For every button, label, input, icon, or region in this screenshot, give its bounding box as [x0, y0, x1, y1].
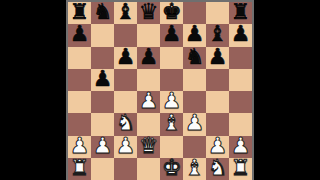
- square-e3[interactable]: ♝: [160, 113, 183, 135]
- square-c5[interactable]: [114, 69, 137, 91]
- square-g4[interactable]: [206, 91, 229, 113]
- square-b7[interactable]: [91, 24, 114, 46]
- white-bishop: ♝: [185, 157, 205, 179]
- square-c1[interactable]: [114, 158, 137, 180]
- square-b1[interactable]: [91, 158, 114, 180]
- square-e6[interactable]: [160, 47, 183, 69]
- black-bishop: ♝: [208, 23, 228, 45]
- black-bishop: ♝: [116, 1, 136, 23]
- white-pawn: ♟: [116, 135, 136, 157]
- white-pawn: ♟: [162, 90, 182, 112]
- black-pawn: ♟: [93, 68, 113, 90]
- black-knight: ♞: [93, 1, 113, 23]
- square-d6[interactable]: ♟: [137, 47, 160, 69]
- white-knight: ♞: [116, 112, 136, 134]
- square-c2[interactable]: ♟: [114, 136, 137, 158]
- white-pawn: ♟: [93, 135, 113, 157]
- square-f3[interactable]: ♟: [183, 113, 206, 135]
- square-h7[interactable]: ♟: [229, 24, 252, 46]
- white-pawn: ♟: [231, 135, 251, 157]
- black-rook: ♜: [70, 1, 90, 23]
- video-frame: ♜♞♝♛♚♜♟♟♟♝♟♟♟♞♟♟♟♟♞♝♟♟♟♟♛♟♟♜♚♝♞♜: [0, 0, 320, 180]
- black-pawn: ♟: [139, 46, 159, 68]
- square-e1[interactable]: ♚: [160, 158, 183, 180]
- square-d2[interactable]: ♛: [137, 136, 160, 158]
- black-pawn: ♟: [162, 23, 182, 45]
- square-f1[interactable]: ♝: [183, 158, 206, 180]
- white-pawn: ♟: [185, 112, 205, 134]
- square-h6[interactable]: [229, 47, 252, 69]
- white-bishop: ♝: [162, 112, 182, 134]
- square-a7[interactable]: ♟: [68, 24, 91, 46]
- square-a5[interactable]: [68, 69, 91, 91]
- square-f5[interactable]: [183, 69, 206, 91]
- square-h1[interactable]: ♜: [229, 158, 252, 180]
- square-b2[interactable]: ♟: [91, 136, 114, 158]
- square-g1[interactable]: ♞: [206, 158, 229, 180]
- square-h5[interactable]: [229, 69, 252, 91]
- square-b5[interactable]: ♟: [91, 69, 114, 91]
- square-c8[interactable]: ♝: [114, 2, 137, 24]
- square-h4[interactable]: [229, 91, 252, 113]
- black-knight: ♞: [185, 46, 205, 68]
- black-rook: ♜: [231, 1, 251, 23]
- black-pawn: ♟: [185, 23, 205, 45]
- square-b4[interactable]: [91, 91, 114, 113]
- square-g6[interactable]: ♟: [206, 47, 229, 69]
- white-knight: ♞: [208, 157, 228, 179]
- square-d8[interactable]: ♛: [137, 2, 160, 24]
- black-pawn: ♟: [116, 46, 136, 68]
- square-b8[interactable]: ♞: [91, 2, 114, 24]
- white-rook: ♜: [231, 157, 251, 179]
- black-queen: ♛: [139, 1, 159, 23]
- square-d4[interactable]: ♟: [137, 91, 160, 113]
- black-king: ♚: [162, 1, 182, 23]
- square-a1[interactable]: ♜: [68, 158, 91, 180]
- white-queen: ♛: [139, 135, 159, 157]
- letterbox-right: [254, 0, 320, 180]
- square-e7[interactable]: ♟: [160, 24, 183, 46]
- square-d1[interactable]: [137, 158, 160, 180]
- black-pawn: ♟: [70, 23, 90, 45]
- square-a6[interactable]: [68, 47, 91, 69]
- square-f6[interactable]: ♞: [183, 47, 206, 69]
- white-pawn: ♟: [208, 135, 228, 157]
- white-king: ♚: [162, 157, 182, 179]
- square-a4[interactable]: [68, 91, 91, 113]
- chess-board: ♜♞♝♛♚♜♟♟♟♝♟♟♟♞♟♟♟♟♞♝♟♟♟♟♛♟♟♜♚♝♞♜: [66, 0, 254, 180]
- square-c6[interactable]: ♟: [114, 47, 137, 69]
- white-pawn: ♟: [70, 135, 90, 157]
- black-pawn: ♟: [208, 46, 228, 68]
- black-pawn: ♟: [231, 23, 251, 45]
- letterbox-left: [0, 0, 66, 180]
- white-pawn: ♟: [139, 90, 159, 112]
- square-g5[interactable]: [206, 69, 229, 91]
- white-rook: ♜: [70, 157, 90, 179]
